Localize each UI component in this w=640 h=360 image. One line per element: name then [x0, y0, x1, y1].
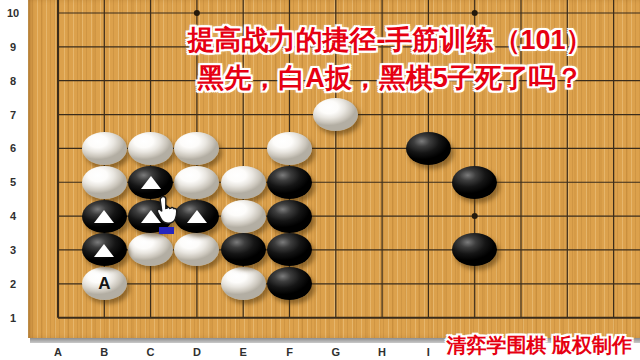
star-point — [472, 10, 478, 16]
row-label-6: 6 — [0, 141, 26, 155]
row-label-4: 4 — [0, 209, 26, 223]
stone-white-B5 — [82, 166, 127, 199]
row-label-10: 10 — [0, 6, 26, 20]
watermark-text: 清弈学围棋 版权制作 — [446, 332, 632, 359]
stone-white-B6 — [82, 132, 127, 165]
column-label-A: A — [48, 346, 68, 359]
star-point — [472, 213, 478, 219]
row-label-2: 2 — [0, 277, 26, 291]
triangle-marker — [94, 244, 114, 257]
column-label-E: E — [233, 346, 253, 359]
triangle-marker — [94, 210, 114, 223]
stone-black-J5 — [452, 166, 497, 199]
row-label-5: 5 — [0, 175, 26, 189]
column-label-D: D — [187, 346, 207, 359]
stone-white-E4 — [221, 200, 266, 233]
star-point — [194, 10, 200, 16]
triangle-marker — [141, 176, 161, 189]
row-label-9: 9 — [0, 40, 26, 54]
stone-white-E5 — [221, 166, 266, 199]
row-label-3: 3 — [0, 243, 26, 257]
stone-white-F6 — [267, 132, 312, 165]
row-label-1: 1 — [0, 311, 26, 325]
column-label-F: F — [280, 346, 300, 359]
column-label-C: C — [141, 346, 161, 359]
column-label-G: G — [326, 346, 346, 359]
stone-letter-label: A — [82, 267, 127, 300]
column-label-I: I — [418, 346, 438, 359]
stone-black-C5 — [128, 166, 173, 199]
stone-black-E3 — [221, 233, 266, 266]
stone-black-D4 — [174, 200, 219, 233]
stone-black-B4 — [82, 200, 127, 233]
stone-white-B2: A — [82, 267, 127, 300]
stone-black-F4 — [267, 200, 312, 233]
row-label-7: 7 — [0, 108, 26, 122]
title-line-2: 黑先，白A扳，黑棋5子死了吗？ — [145, 60, 635, 96]
column-label-H: H — [372, 346, 392, 359]
stone-black-I6 — [406, 132, 451, 165]
stone-black-F5 — [267, 166, 312, 199]
title-line-1: 提高战力的捷径-手筋训练（101） — [145, 22, 635, 58]
last-move-marker — [159, 227, 174, 234]
triangle-marker — [187, 210, 207, 223]
stone-white-D5 — [174, 166, 219, 199]
stone-white-C6 — [128, 132, 173, 165]
row-label-8: 8 — [0, 74, 26, 88]
column-label-B: B — [94, 346, 114, 359]
stone-white-D6 — [174, 132, 219, 165]
stone-white-E2 — [221, 267, 266, 300]
video-frame: 提高战力的捷径-手筋训练（101） 黑先，白A扳，黑棋5子死了吗？ 清弈学围棋 … — [0, 0, 640, 360]
hand-cursor-icon — [154, 195, 180, 228]
